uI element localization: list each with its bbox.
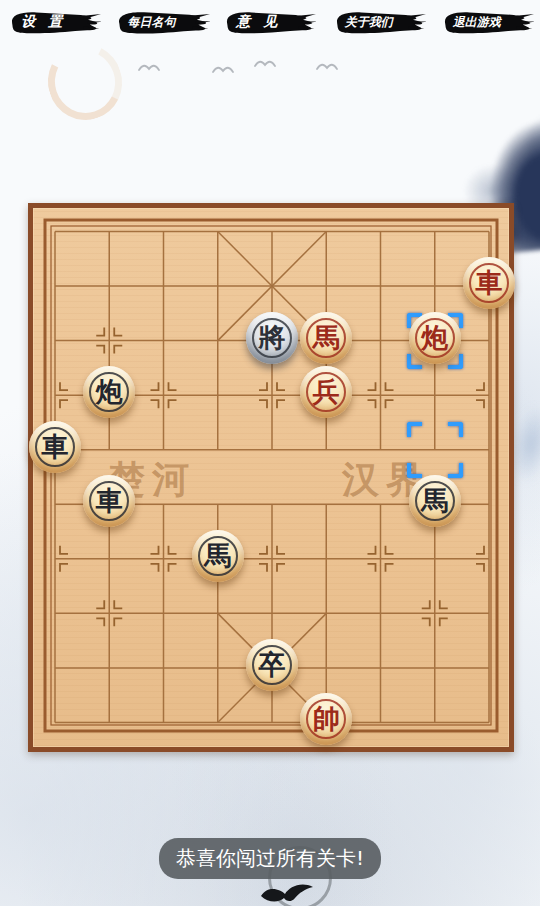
game-screen: 设置 每日名句 意见 关于我们: [0, 0, 540, 906]
xiangqi-board[interactable]: 楚河 汉界 車將馬炮炮兵車車馬馬卒帥: [28, 203, 514, 752]
piece-character: 將: [259, 324, 286, 351]
toast-message: 恭喜你闯过所有关卡!: [159, 838, 381, 879]
menu-button-daily-quote[interactable]: 每日名句: [111, 7, 210, 39]
piece-character: 炮: [96, 378, 123, 405]
faint-ink-ring-decoration: [38, 34, 132, 129]
flying-birds-decoration: [125, 56, 355, 82]
menu-label: 退出游戏: [437, 14, 517, 31]
piece-red-soldier[interactable]: 兵: [300, 366, 352, 418]
piece-black-cannon[interactable]: 炮: [83, 366, 135, 418]
piece-red-cannon[interactable]: 炮: [409, 312, 461, 364]
swallow-silhouette: [258, 880, 316, 906]
piece-character: 車: [96, 487, 123, 514]
piece-character: 兵: [313, 378, 340, 405]
piece-character: 馬: [313, 324, 340, 351]
menu-label: 关于我们: [329, 14, 409, 31]
piece-red-horse[interactable]: 馬: [300, 312, 352, 364]
piece-character: 馬: [421, 487, 448, 514]
menu-button-settings[interactable]: 设置: [4, 7, 101, 39]
piece-character: 卒: [259, 651, 286, 678]
piece-red-chariot[interactable]: 車: [463, 257, 515, 309]
piece-character: 炮: [421, 324, 448, 351]
piece-black-soldier[interactable]: 卒: [246, 639, 298, 691]
menu-button-about-us[interactable]: 关于我们: [329, 7, 426, 39]
menu-label: 每日名句: [111, 14, 192, 31]
piece-black-horse[interactable]: 馬: [192, 530, 244, 582]
piece-character: 馬: [204, 542, 231, 569]
piece-character: 車: [42, 433, 69, 460]
top-menu-bar: 设置 每日名句 意见 关于我们: [0, 7, 540, 41]
piece-character: 帥: [313, 705, 340, 732]
menu-label: 意见: [219, 13, 295, 31]
piece-black-general[interactable]: 將: [246, 312, 298, 364]
piece-black-horse[interactable]: 馬: [409, 475, 461, 527]
piece-character: 車: [476, 269, 503, 296]
menu-label: 设置: [4, 13, 80, 31]
menu-button-feedback[interactable]: 意见: [219, 7, 316, 39]
menu-button-exit-game[interactable]: 退出游戏: [437, 7, 534, 39]
piece-black-chariot[interactable]: 車: [29, 421, 81, 473]
